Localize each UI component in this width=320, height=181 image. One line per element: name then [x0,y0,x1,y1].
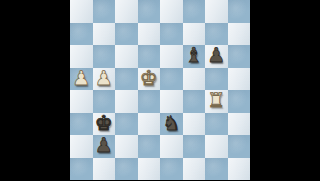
square-f4[interactable] [183,90,206,113]
square-h6[interactable] [228,45,251,68]
square-d6[interactable] [138,45,161,68]
black-king[interactable]: ♚ [95,113,113,133]
letterbox-right [250,0,320,180]
square-d4[interactable] [138,90,161,113]
white-pawn[interactable]: ♟ [72,68,90,88]
square-h3[interactable] [228,113,251,136]
square-d8[interactable] [138,0,161,23]
square-a3[interactable] [70,113,93,136]
black-pawn[interactable]: ♟ [207,45,225,65]
square-f1[interactable] [183,158,206,181]
square-d1[interactable] [138,158,161,181]
square-e3[interactable]: ♞ [160,113,183,136]
square-f6[interactable]: ♝ [183,45,206,68]
square-a8[interactable] [70,0,93,23]
square-b1[interactable] [93,158,116,181]
square-a2[interactable] [70,135,93,158]
square-g6[interactable]: ♟ [205,45,228,68]
square-b6[interactable] [93,45,116,68]
square-c5[interactable] [115,68,138,91]
square-d5[interactable]: ♚ [138,68,161,91]
square-c3[interactable] [115,113,138,136]
square-e5[interactable] [160,68,183,91]
chess-app-screen: ♝♟♟♟♚♜♚♞♟ [0,0,320,180]
square-a6[interactable] [70,45,93,68]
square-f3[interactable] [183,113,206,136]
square-b4[interactable] [93,90,116,113]
square-a5[interactable]: ♟ [70,68,93,91]
square-a1[interactable] [70,158,93,181]
square-h7[interactable] [228,23,251,46]
black-pawn[interactable]: ♟ [95,135,113,155]
square-g8[interactable] [205,0,228,23]
square-c2[interactable] [115,135,138,158]
white-rook[interactable]: ♜ [207,90,225,110]
square-g5[interactable] [205,68,228,91]
square-f7[interactable] [183,23,206,46]
square-e4[interactable] [160,90,183,113]
square-a4[interactable] [70,90,93,113]
square-c4[interactable] [115,90,138,113]
square-f5[interactable] [183,68,206,91]
square-b8[interactable] [93,0,116,23]
square-f2[interactable] [183,135,206,158]
white-pawn[interactable]: ♟ [95,68,113,88]
square-a7[interactable] [70,23,93,46]
letterbox-left [0,0,70,180]
square-c8[interactable] [115,0,138,23]
white-king[interactable]: ♚ [140,68,158,88]
square-g2[interactable] [205,135,228,158]
square-h5[interactable] [228,68,251,91]
square-c7[interactable] [115,23,138,46]
square-b5[interactable]: ♟ [93,68,116,91]
black-bishop[interactable]: ♝ [185,45,203,65]
square-c1[interactable] [115,158,138,181]
square-g3[interactable] [205,113,228,136]
square-e1[interactable] [160,158,183,181]
square-d7[interactable] [138,23,161,46]
chess-board: ♝♟♟♟♚♜♚♞♟ [70,0,250,180]
square-e2[interactable] [160,135,183,158]
square-e8[interactable] [160,0,183,23]
square-h8[interactable] [228,0,251,23]
square-g4[interactable]: ♜ [205,90,228,113]
square-d2[interactable] [138,135,161,158]
square-f8[interactable] [183,0,206,23]
square-d3[interactable] [138,113,161,136]
square-h4[interactable] [228,90,251,113]
square-e6[interactable] [160,45,183,68]
square-b3[interactable]: ♚ [93,113,116,136]
square-g1[interactable] [205,158,228,181]
square-h1[interactable] [228,158,251,181]
black-knight[interactable]: ♞ [162,113,180,133]
square-g7[interactable] [205,23,228,46]
square-b2[interactable]: ♟ [93,135,116,158]
square-c6[interactable] [115,45,138,68]
square-h2[interactable] [228,135,251,158]
square-b7[interactable] [93,23,116,46]
square-e7[interactable] [160,23,183,46]
